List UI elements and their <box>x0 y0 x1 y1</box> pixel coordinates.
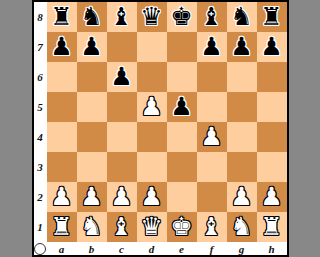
square-a4[interactable] <box>47 122 77 152</box>
square-a2[interactable]: ♟ <box>47 182 77 212</box>
square-h5[interactable] <box>257 92 287 122</box>
white-king[interactable]: ♚ <box>170 214 192 239</box>
rank-label-7: 7 <box>34 32 47 62</box>
file-label-e: e <box>167 242 197 255</box>
square-a7[interactable]: ♟ <box>47 32 77 62</box>
square-d7[interactable] <box>137 32 167 62</box>
square-f6[interactable] <box>197 62 227 92</box>
square-b4[interactable] <box>77 122 107 152</box>
square-e5[interactable]: ♟ <box>167 92 197 122</box>
black-rook[interactable]: ♜ <box>50 4 72 29</box>
file-label-h: h <box>257 242 287 255</box>
square-f2[interactable] <box>197 182 227 212</box>
square-g1[interactable]: ♞ <box>227 212 257 242</box>
black-pawn[interactable]: ♟ <box>170 94 192 119</box>
square-h3[interactable] <box>257 152 287 182</box>
square-e7[interactable] <box>167 32 197 62</box>
rank-label-3: 3 <box>34 152 47 182</box>
square-e2[interactable] <box>167 182 197 212</box>
square-h8[interactable]: ♜ <box>257 2 287 32</box>
white-knight[interactable]: ♞ <box>230 214 252 239</box>
white-pawn[interactable]: ♟ <box>50 184 72 209</box>
black-pawn[interactable]: ♟ <box>230 34 252 59</box>
square-c6[interactable]: ♟ <box>107 62 137 92</box>
square-e6[interactable] <box>167 62 197 92</box>
square-c7[interactable] <box>107 32 137 62</box>
square-a3[interactable] <box>47 152 77 182</box>
square-h6[interactable] <box>257 62 287 92</box>
file-label-d: d <box>137 242 167 255</box>
white-pawn[interactable]: ♟ <box>140 184 162 209</box>
square-h1[interactable]: ♜ <box>257 212 287 242</box>
square-g8[interactable]: ♞ <box>227 2 257 32</box>
square-e1[interactable]: ♚ <box>167 212 197 242</box>
square-a6[interactable] <box>47 62 77 92</box>
white-bishop[interactable]: ♝ <box>110 214 132 239</box>
square-c2[interactable]: ♟ <box>107 182 137 212</box>
white-rook[interactable]: ♜ <box>260 214 282 239</box>
white-knight[interactable]: ♞ <box>80 214 102 239</box>
square-a8[interactable]: ♜ <box>47 2 77 32</box>
square-b7[interactable]: ♟ <box>77 32 107 62</box>
square-g6[interactable] <box>227 62 257 92</box>
black-queen[interactable]: ♛ <box>140 4 162 29</box>
file-label-a: a <box>47 242 77 255</box>
file-label-f: f <box>197 242 227 255</box>
black-pawn[interactable]: ♟ <box>80 34 102 59</box>
square-g3[interactable] <box>227 152 257 182</box>
white-pawn[interactable]: ♟ <box>230 184 252 209</box>
white-pawn[interactable]: ♟ <box>140 94 162 119</box>
file-label-g: g <box>227 242 257 255</box>
chess-diagram: 87654321 ♜♞♝♛♚♝♞♜♟♟♟♟♟♟♟♟♟♟♟♟♟♟♟♜♞♝♛♚♝♞♜… <box>32 0 289 257</box>
white-pawn[interactable]: ♟ <box>80 184 102 209</box>
square-h7[interactable]: ♟ <box>257 32 287 62</box>
black-pawn[interactable]: ♟ <box>110 64 132 89</box>
black-bishop[interactable]: ♝ <box>110 4 132 29</box>
black-knight[interactable]: ♞ <box>80 4 102 29</box>
rank-label-6: 6 <box>34 62 47 92</box>
white-pawn[interactable]: ♟ <box>200 124 222 149</box>
square-c3[interactable] <box>107 152 137 182</box>
rank-label-5: 5 <box>34 92 47 122</box>
file-label-b: b <box>77 242 107 255</box>
square-a1[interactable]: ♜ <box>47 212 77 242</box>
square-b6[interactable] <box>77 62 107 92</box>
black-pawn[interactable]: ♟ <box>260 34 282 59</box>
square-f4[interactable]: ♟ <box>197 122 227 152</box>
square-g2[interactable]: ♟ <box>227 182 257 212</box>
square-g5[interactable] <box>227 92 257 122</box>
square-d1[interactable]: ♛ <box>137 212 167 242</box>
rank-labels: 87654321 <box>34 2 47 242</box>
square-f7[interactable]: ♟ <box>197 32 227 62</box>
rank-label-8: 8 <box>34 2 47 32</box>
white-rook[interactable]: ♜ <box>50 214 72 239</box>
square-b3[interactable] <box>77 152 107 182</box>
square-d6[interactable] <box>137 62 167 92</box>
square-g4[interactable] <box>227 122 257 152</box>
square-c1[interactable]: ♝ <box>107 212 137 242</box>
square-b5[interactable] <box>77 92 107 122</box>
square-b8[interactable]: ♞ <box>77 2 107 32</box>
square-c5[interactable] <box>107 92 137 122</box>
square-c8[interactable]: ♝ <box>107 2 137 32</box>
square-f3[interactable] <box>197 152 227 182</box>
black-knight[interactable]: ♞ <box>230 4 252 29</box>
square-g7[interactable]: ♟ <box>227 32 257 62</box>
square-h4[interactable] <box>257 122 287 152</box>
square-h2[interactable]: ♟ <box>257 182 287 212</box>
black-rook[interactable]: ♜ <box>260 4 282 29</box>
white-pawn[interactable]: ♟ <box>260 184 282 209</box>
square-f5[interactable] <box>197 92 227 122</box>
square-d8[interactable]: ♛ <box>137 2 167 32</box>
square-b2[interactable]: ♟ <box>77 182 107 212</box>
white-pawn[interactable]: ♟ <box>110 184 132 209</box>
square-f1[interactable]: ♝ <box>197 212 227 242</box>
white-bishop[interactable]: ♝ <box>200 214 222 239</box>
rank-label-4: 4 <box>34 122 47 152</box>
square-f8[interactable]: ♝ <box>197 2 227 32</box>
square-d3[interactable] <box>137 152 167 182</box>
square-b1[interactable]: ♞ <box>77 212 107 242</box>
turn-indicator-corner <box>34 242 47 255</box>
rank-label-1: 1 <box>34 212 47 242</box>
black-king[interactable]: ♚ <box>170 4 192 29</box>
square-d5[interactable]: ♟ <box>137 92 167 122</box>
black-pawn[interactable]: ♟ <box>50 34 72 59</box>
white-queen[interactable]: ♛ <box>140 214 162 239</box>
black-pawn[interactable]: ♟ <box>200 34 222 59</box>
square-e4[interactable] <box>167 122 197 152</box>
square-c4[interactable] <box>107 122 137 152</box>
black-bishop[interactable]: ♝ <box>200 4 222 29</box>
square-d4[interactable] <box>137 122 167 152</box>
rank-label-2: 2 <box>34 182 47 212</box>
square-d2[interactable]: ♟ <box>137 182 167 212</box>
square-a5[interactable] <box>47 92 77 122</box>
board: ♜♞♝♛♚♝♞♜♟♟♟♟♟♟♟♟♟♟♟♟♟♟♟♜♞♝♛♚♝♞♜ <box>47 2 287 242</box>
file-labels: abcdefgh <box>47 242 287 255</box>
square-e8[interactable]: ♚ <box>167 2 197 32</box>
white-to-move-indicator-icon <box>34 243 46 255</box>
square-e3[interactable] <box>167 152 197 182</box>
file-label-c: c <box>107 242 137 255</box>
